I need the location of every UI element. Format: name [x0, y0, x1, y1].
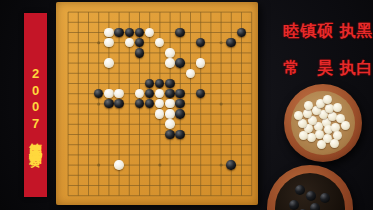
bowl-stone-white	[330, 139, 339, 148]
stone-white	[104, 58, 113, 67]
stone-white	[165, 109, 174, 118]
stone-black	[175, 28, 184, 37]
stone-black	[135, 48, 144, 57]
stone-black	[114, 28, 123, 37]
bowl-stone-black	[310, 203, 320, 210]
stone-black	[145, 89, 154, 98]
stone-black	[226, 38, 235, 47]
stone-white	[135, 89, 144, 98]
player-black-label: 睦镇硕 执黑	[283, 21, 373, 42]
stone-white	[196, 58, 205, 67]
go-board[interactable]	[56, 2, 258, 205]
stone-black	[155, 79, 164, 88]
stone-white	[155, 38, 164, 47]
broadcast-frame: 2007第九届三国擂台赛 睦镇硕 执黑 常 昊 执白	[0, 0, 373, 210]
bowl-stone-white	[323, 95, 332, 104]
stone-white	[145, 28, 154, 37]
stone-white	[104, 28, 113, 37]
stone-black	[135, 38, 144, 47]
stone-black	[226, 160, 235, 169]
white-stone-bowl	[284, 84, 362, 162]
bowl-stone-black	[295, 185, 305, 195]
stone-black	[196, 38, 205, 47]
bowl-stone-white	[341, 121, 350, 130]
stone-white	[155, 89, 164, 98]
stone-black	[94, 89, 103, 98]
stone-black	[165, 130, 174, 139]
bowl-stone-white	[294, 111, 303, 120]
bowl-stone-white	[317, 140, 326, 149]
stone-black	[175, 130, 184, 139]
event-banner-text: 2007第九届三国擂台赛	[24, 66, 47, 144]
bowl-stone-black	[298, 209, 308, 210]
black-stone-bowl	[267, 165, 353, 210]
stone-black	[196, 89, 205, 98]
event-banner: 2007第九届三国擂台赛	[24, 13, 47, 197]
bowl-stone-white	[304, 101, 313, 110]
stone-white	[165, 119, 174, 128]
stone-black	[135, 99, 144, 108]
stone-white	[165, 99, 174, 108]
stone-black	[237, 28, 246, 37]
bowl-stone-black	[306, 191, 316, 201]
stone-black	[145, 99, 154, 108]
stone-black	[135, 28, 144, 37]
board-intersections[interactable]	[63, 7, 257, 201]
stone-black	[165, 79, 174, 88]
player-white-label: 常 昊 执白	[283, 58, 373, 79]
stone-white	[165, 58, 174, 67]
stone-white	[155, 109, 164, 118]
bowl-stone-black	[320, 193, 330, 203]
stone-black	[114, 99, 123, 108]
stone-black	[125, 28, 134, 37]
stone-white	[114, 160, 123, 169]
black-stone-bowl-interior	[275, 173, 345, 210]
stone-black	[165, 89, 174, 98]
bowl-stone-white	[307, 133, 316, 142]
stone-black	[145, 79, 154, 88]
bowl-stone-black	[289, 200, 299, 210]
stone-black	[104, 99, 113, 108]
stone-white	[104, 38, 113, 47]
stone-black	[175, 109, 184, 118]
stone-black	[175, 99, 184, 108]
bowl-stone-white	[298, 119, 307, 128]
stone-white	[125, 38, 134, 47]
stone-white	[114, 89, 123, 98]
stone-white	[155, 99, 164, 108]
white-stone-bowl-interior	[291, 91, 355, 155]
stone-black	[175, 89, 184, 98]
bowl-stone-white	[333, 103, 342, 112]
stone-white	[165, 48, 174, 57]
stone-white	[104, 89, 113, 98]
stone-black	[175, 58, 184, 67]
stone-white	[186, 69, 195, 78]
